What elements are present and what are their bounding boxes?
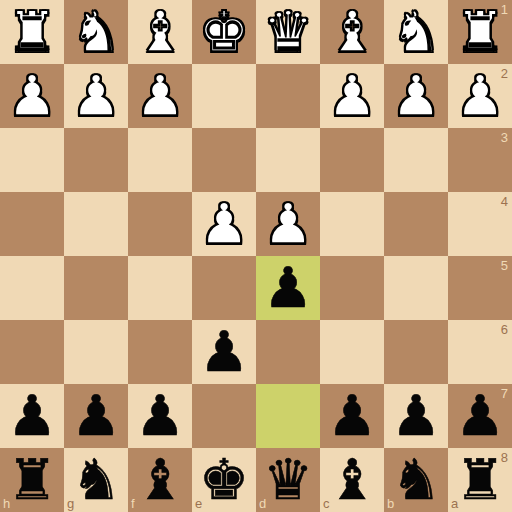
black-knight: ♞ [64,448,128,512]
square-e5[interactable] [192,256,256,320]
square-a7[interactable]: ♟7 [448,384,512,448]
square-a6[interactable]: 6 [448,320,512,384]
square-d2[interactable] [256,64,320,128]
white-bishop: ♝ [320,0,384,64]
black-pawn: ♟ [448,384,512,448]
square-a8[interactable]: ♜8a [448,448,512,512]
white-knight: ♞ [384,0,448,64]
square-a2[interactable]: ♟2 [448,64,512,128]
square-b2[interactable]: ♟ [384,64,448,128]
black-knight: ♞ [384,448,448,512]
square-b4[interactable] [384,192,448,256]
square-f8[interactable]: ♝f [128,448,192,512]
rank-label-7: 7 [501,387,508,400]
square-e3[interactable] [192,128,256,192]
file-label-e: e [195,497,202,510]
rank-label-1: 1 [501,3,508,16]
square-d6[interactable] [256,320,320,384]
white-queen: ♛ [256,0,320,64]
square-d7[interactable] [256,384,320,448]
square-h8[interactable]: ♜h [0,448,64,512]
square-e1[interactable]: ♚ [192,0,256,64]
square-g7[interactable]: ♟ [64,384,128,448]
white-pawn: ♟ [192,192,256,256]
square-g5[interactable] [64,256,128,320]
white-pawn: ♟ [320,64,384,128]
square-h4[interactable] [0,192,64,256]
square-a3[interactable]: 3 [448,128,512,192]
file-label-h: h [3,497,10,510]
black-rook: ♜ [0,448,64,512]
square-a1[interactable]: ♜1 [448,0,512,64]
square-g3[interactable] [64,128,128,192]
square-f3[interactable] [128,128,192,192]
square-c8[interactable]: ♝c [320,448,384,512]
square-b1[interactable]: ♞ [384,0,448,64]
square-b7[interactable]: ♟ [384,384,448,448]
file-label-d: d [259,497,266,510]
square-g2[interactable]: ♟ [64,64,128,128]
square-f7[interactable]: ♟ [128,384,192,448]
square-h2[interactable]: ♟ [0,64,64,128]
square-c5[interactable] [320,256,384,320]
square-c1[interactable]: ♝ [320,0,384,64]
square-f1[interactable]: ♝ [128,0,192,64]
black-pawn: ♟ [192,320,256,384]
square-c3[interactable] [320,128,384,192]
white-pawn: ♟ [64,64,128,128]
square-b8[interactable]: ♞b [384,448,448,512]
file-label-f: f [131,497,135,510]
square-g1[interactable]: ♞ [64,0,128,64]
square-f4[interactable] [128,192,192,256]
square-g4[interactable] [64,192,128,256]
square-b3[interactable] [384,128,448,192]
rank-label-3: 3 [501,131,508,144]
square-h3[interactable] [0,128,64,192]
square-b6[interactable] [384,320,448,384]
black-pawn: ♟ [256,256,320,320]
square-h6[interactable] [0,320,64,384]
square-h7[interactable]: ♟ [0,384,64,448]
square-g6[interactable] [64,320,128,384]
square-a5[interactable]: 5 [448,256,512,320]
square-d4[interactable]: ♟ [256,192,320,256]
black-pawn: ♟ [128,384,192,448]
rank-label-8: 8 [501,451,508,464]
square-d3[interactable] [256,128,320,192]
square-e7[interactable] [192,384,256,448]
square-c7[interactable]: ♟ [320,384,384,448]
square-d1[interactable]: ♛ [256,0,320,64]
square-d5[interactable]: ♟ [256,256,320,320]
white-king: ♚ [192,0,256,64]
rank-label-2: 2 [501,67,508,80]
white-pawn: ♟ [0,64,64,128]
black-rook: ♜ [448,448,512,512]
file-label-a: a [451,497,458,510]
square-c2[interactable]: ♟ [320,64,384,128]
white-pawn: ♟ [384,64,448,128]
white-bishop: ♝ [128,0,192,64]
rank-label-5: 5 [501,259,508,272]
square-d8[interactable]: ♛d [256,448,320,512]
white-pawn: ♟ [448,64,512,128]
square-e6[interactable]: ♟ [192,320,256,384]
white-rook: ♜ [0,0,64,64]
white-knight: ♞ [64,0,128,64]
square-a4[interactable]: 4 [448,192,512,256]
square-g8[interactable]: ♞g [64,448,128,512]
white-pawn: ♟ [256,192,320,256]
square-e4[interactable]: ♟ [192,192,256,256]
black-pawn: ♟ [320,384,384,448]
square-b5[interactable] [384,256,448,320]
rank-label-4: 4 [501,195,508,208]
white-pawn: ♟ [128,64,192,128]
square-f6[interactable] [128,320,192,384]
chess-board: ♜♞♝♚♛♝♞♜1♟♟♟♟♟♟23♟♟4♟5♟6♟♟♟♟♟♟7♜h♞g♝f♚e♛… [0,0,512,512]
black-pawn: ♟ [384,384,448,448]
black-pawn: ♟ [64,384,128,448]
file-label-b: b [387,497,394,510]
black-queen: ♛ [256,448,320,512]
file-label-c: c [323,497,330,510]
white-rook: ♜ [448,0,512,64]
rank-label-6: 6 [501,323,508,336]
square-e8[interactable]: ♚e [192,448,256,512]
square-f2[interactable]: ♟ [128,64,192,128]
black-bishop: ♝ [128,448,192,512]
square-f5[interactable] [128,256,192,320]
black-pawn: ♟ [0,384,64,448]
black-king: ♚ [192,448,256,512]
square-c6[interactable] [320,320,384,384]
square-e2[interactable] [192,64,256,128]
square-h1[interactable]: ♜ [0,0,64,64]
file-label-g: g [67,497,74,510]
square-h5[interactable] [0,256,64,320]
square-c4[interactable] [320,192,384,256]
black-bishop: ♝ [320,448,384,512]
